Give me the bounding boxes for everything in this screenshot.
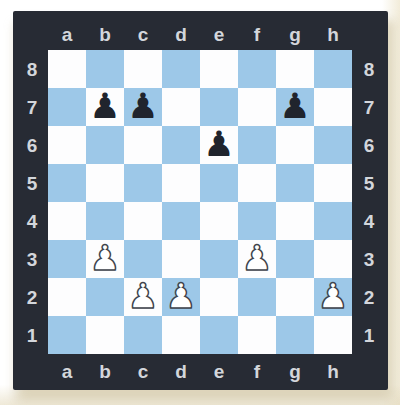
rank-label-right-8: 8 bbox=[352, 50, 388, 88]
square-c3[interactable] bbox=[124, 240, 162, 278]
square-g2[interactable] bbox=[276, 278, 314, 316]
square-g5[interactable] bbox=[276, 164, 314, 202]
square-f1[interactable] bbox=[238, 316, 276, 354]
square-b1[interactable] bbox=[86, 316, 124, 354]
square-f6[interactable] bbox=[238, 126, 276, 164]
file-label-bottom-g: g bbox=[276, 354, 314, 390]
square-e2[interactable] bbox=[200, 278, 238, 316]
board-corner-top-left bbox=[13, 11, 48, 50]
piece-black-pawn: ♟ bbox=[203, 127, 234, 162]
square-d2[interactable]: ♟ bbox=[162, 278, 200, 316]
board-corner-bottom-left bbox=[13, 354, 48, 390]
square-b6[interactable] bbox=[86, 126, 124, 164]
square-f7[interactable] bbox=[238, 88, 276, 126]
square-h7[interactable] bbox=[314, 88, 352, 126]
square-h8[interactable] bbox=[314, 50, 352, 88]
square-b8[interactable] bbox=[86, 50, 124, 88]
rank-label-right-2: 2 bbox=[352, 278, 388, 316]
square-h3[interactable] bbox=[314, 240, 352, 278]
square-d6[interactable] bbox=[162, 126, 200, 164]
square-a1[interactable] bbox=[48, 316, 86, 354]
square-d3[interactable] bbox=[162, 240, 200, 278]
square-g7[interactable]: ♟ bbox=[276, 88, 314, 126]
square-b5[interactable] bbox=[86, 164, 124, 202]
square-c4[interactable] bbox=[124, 202, 162, 240]
square-e8[interactable] bbox=[200, 50, 238, 88]
square-a6[interactable] bbox=[48, 126, 86, 164]
square-d5[interactable] bbox=[162, 164, 200, 202]
rank-label-left-6: 6 bbox=[13, 126, 48, 164]
rank-label-left-3: 3 bbox=[13, 240, 48, 278]
square-b4[interactable] bbox=[86, 202, 124, 240]
file-label-top-a: a bbox=[48, 11, 86, 50]
square-h6[interactable] bbox=[314, 126, 352, 164]
square-b2[interactable] bbox=[86, 278, 124, 316]
rank-label-left-7: 7 bbox=[13, 88, 48, 126]
rank-label-left-8: 8 bbox=[13, 50, 48, 88]
square-d7[interactable] bbox=[162, 88, 200, 126]
file-label-bottom-h: h bbox=[314, 354, 352, 390]
chess-board-frame: abcdefgh887♟♟♟76♟655443♟♟32♟♟♟211abcdefg… bbox=[13, 11, 388, 390]
piece-white-pawn: ♟ bbox=[241, 241, 272, 276]
square-d4[interactable] bbox=[162, 202, 200, 240]
square-e5[interactable] bbox=[200, 164, 238, 202]
square-b3[interactable]: ♟ bbox=[86, 240, 124, 278]
file-label-bottom-b: b bbox=[86, 354, 124, 390]
square-d8[interactable] bbox=[162, 50, 200, 88]
square-c1[interactable] bbox=[124, 316, 162, 354]
rank-label-left-2: 2 bbox=[13, 278, 48, 316]
rank-label-right-5: 5 bbox=[352, 164, 388, 202]
piece-white-pawn: ♟ bbox=[317, 279, 348, 314]
square-b7[interactable]: ♟ bbox=[86, 88, 124, 126]
file-label-top-f: f bbox=[238, 11, 276, 50]
rank-label-left-1: 1 bbox=[13, 316, 48, 354]
square-a4[interactable] bbox=[48, 202, 86, 240]
square-c2[interactable]: ♟ bbox=[124, 278, 162, 316]
square-c6[interactable] bbox=[124, 126, 162, 164]
square-c7[interactable]: ♟ bbox=[124, 88, 162, 126]
rank-label-left-4: 4 bbox=[13, 202, 48, 240]
square-g8[interactable] bbox=[276, 50, 314, 88]
square-h4[interactable] bbox=[314, 202, 352, 240]
square-f4[interactable] bbox=[238, 202, 276, 240]
file-label-top-c: c bbox=[124, 11, 162, 50]
square-f2[interactable] bbox=[238, 278, 276, 316]
file-label-bottom-f: f bbox=[238, 354, 276, 390]
rank-label-left-5: 5 bbox=[13, 164, 48, 202]
file-label-bottom-d: d bbox=[162, 354, 200, 390]
square-a8[interactable] bbox=[48, 50, 86, 88]
board-corner-top-right bbox=[352, 11, 388, 50]
square-d1[interactable] bbox=[162, 316, 200, 354]
piece-black-pawn: ♟ bbox=[89, 89, 120, 124]
piece-black-pawn: ♟ bbox=[279, 89, 310, 124]
square-f8[interactable] bbox=[238, 50, 276, 88]
square-e1[interactable] bbox=[200, 316, 238, 354]
square-a3[interactable] bbox=[48, 240, 86, 278]
file-label-top-e: e bbox=[200, 11, 238, 50]
piece-white-pawn: ♟ bbox=[165, 279, 196, 314]
rank-label-right-3: 3 bbox=[352, 240, 388, 278]
square-f3[interactable]: ♟ bbox=[238, 240, 276, 278]
file-label-top-g: g bbox=[276, 11, 314, 50]
square-e3[interactable] bbox=[200, 240, 238, 278]
rank-label-right-6: 6 bbox=[352, 126, 388, 164]
file-label-bottom-c: c bbox=[124, 354, 162, 390]
file-label-top-d: d bbox=[162, 11, 200, 50]
square-a2[interactable] bbox=[48, 278, 86, 316]
square-a5[interactable] bbox=[48, 164, 86, 202]
file-label-bottom-a: a bbox=[48, 354, 86, 390]
piece-white-pawn: ♟ bbox=[89, 241, 120, 276]
square-f5[interactable] bbox=[238, 164, 276, 202]
square-a7[interactable] bbox=[48, 88, 86, 126]
piece-white-pawn: ♟ bbox=[127, 279, 158, 314]
square-e7[interactable] bbox=[200, 88, 238, 126]
square-h2[interactable]: ♟ bbox=[314, 278, 352, 316]
file-label-top-h: h bbox=[314, 11, 352, 50]
square-e6[interactable]: ♟ bbox=[200, 126, 238, 164]
file-label-bottom-e: e bbox=[200, 354, 238, 390]
square-g4[interactable] bbox=[276, 202, 314, 240]
square-c5[interactable] bbox=[124, 164, 162, 202]
square-g3[interactable] bbox=[276, 240, 314, 278]
rank-label-right-7: 7 bbox=[352, 88, 388, 126]
piece-black-pawn: ♟ bbox=[127, 89, 158, 124]
rank-label-right-4: 4 bbox=[352, 202, 388, 240]
rank-label-right-1: 1 bbox=[352, 316, 388, 354]
file-label-top-b: b bbox=[86, 11, 124, 50]
square-g1[interactable] bbox=[276, 316, 314, 354]
square-g6[interactable] bbox=[276, 126, 314, 164]
board-corner-bottom-right bbox=[352, 354, 388, 390]
square-h5[interactable] bbox=[314, 164, 352, 202]
square-h1[interactable] bbox=[314, 316, 352, 354]
square-e4[interactable] bbox=[200, 202, 238, 240]
square-c8[interactable] bbox=[124, 50, 162, 88]
